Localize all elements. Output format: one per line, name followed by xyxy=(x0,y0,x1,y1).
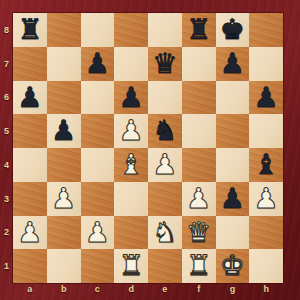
square-f2[interactable]: ♛ xyxy=(182,216,216,250)
square-f1[interactable]: ♜ xyxy=(182,249,216,283)
file-label-f: f xyxy=(182,284,216,299)
chess-board-frame: ♜♜♚♟♛♟♟♟♟♟♟♞♝♟♝♟♟♟♟♟♟♞♛♜♜♚ 87654321abcde… xyxy=(0,0,300,300)
square-f8[interactable]: ♜ xyxy=(182,13,216,47)
square-d8[interactable] xyxy=(114,13,148,47)
file-label-e: e xyxy=(148,284,182,299)
piece-black-pawn[interactable]: ♟ xyxy=(81,47,115,81)
rank-label-5: 5 xyxy=(0,114,13,148)
square-b6[interactable] xyxy=(47,81,81,115)
square-a8[interactable]: ♜ xyxy=(13,13,47,47)
square-d2[interactable] xyxy=(114,216,148,250)
piece-white-knight[interactable]: ♞ xyxy=(148,216,182,250)
square-h8[interactable] xyxy=(249,13,283,47)
square-d6[interactable]: ♟ xyxy=(114,81,148,115)
square-g7[interactable]: ♟ xyxy=(216,47,250,81)
square-b4[interactable] xyxy=(47,148,81,182)
piece-white-king[interactable]: ♚ xyxy=(216,249,250,283)
square-g2[interactable] xyxy=(216,216,250,250)
square-e7[interactable]: ♛ xyxy=(148,47,182,81)
square-c1[interactable] xyxy=(81,249,115,283)
square-h4[interactable]: ♝ xyxy=(249,148,283,182)
piece-black-rook[interactable]: ♜ xyxy=(13,13,47,47)
square-g6[interactable] xyxy=(216,81,250,115)
square-b7[interactable] xyxy=(47,47,81,81)
square-g8[interactable]: ♚ xyxy=(216,13,250,47)
chess-board: ♜♜♚♟♛♟♟♟♟♟♟♞♝♟♝♟♟♟♟♟♟♞♛♜♜♚ xyxy=(13,13,283,283)
square-f4[interactable] xyxy=(182,148,216,182)
square-h6[interactable]: ♟ xyxy=(249,81,283,115)
piece-white-queen[interactable]: ♛ xyxy=(182,216,216,250)
square-e6[interactable] xyxy=(148,81,182,115)
square-c8[interactable] xyxy=(81,13,115,47)
piece-black-queen[interactable]: ♛ xyxy=(148,47,182,81)
square-b8[interactable] xyxy=(47,13,81,47)
square-h7[interactable] xyxy=(249,47,283,81)
piece-white-pawn[interactable]: ♟ xyxy=(182,182,216,216)
rank-label-7: 7 xyxy=(0,47,13,81)
square-a6[interactable]: ♟ xyxy=(13,81,47,115)
square-a3[interactable] xyxy=(13,182,47,216)
file-label-a: a xyxy=(13,284,47,299)
square-a7[interactable] xyxy=(13,47,47,81)
square-f5[interactable] xyxy=(182,114,216,148)
rank-label-1: 1 xyxy=(0,249,13,283)
square-h5[interactable] xyxy=(249,114,283,148)
piece-black-pawn[interactable]: ♟ xyxy=(47,114,81,148)
square-g4[interactable] xyxy=(216,148,250,182)
piece-black-rook[interactable]: ♜ xyxy=(182,13,216,47)
square-d5[interactable]: ♟ xyxy=(114,114,148,148)
square-h3[interactable]: ♟ xyxy=(249,182,283,216)
square-e4[interactable]: ♟ xyxy=(148,148,182,182)
square-a5[interactable] xyxy=(13,114,47,148)
square-c5[interactable] xyxy=(81,114,115,148)
square-h2[interactable] xyxy=(249,216,283,250)
piece-black-pawn[interactable]: ♟ xyxy=(249,81,283,115)
rank-label-4: 4 xyxy=(0,148,13,182)
square-a4[interactable] xyxy=(13,148,47,182)
piece-white-pawn[interactable]: ♟ xyxy=(81,216,115,250)
piece-white-pawn[interactable]: ♟ xyxy=(13,216,47,250)
piece-black-pawn[interactable]: ♟ xyxy=(13,81,47,115)
piece-white-bishop[interactable]: ♝ xyxy=(114,148,148,182)
piece-black-pawn[interactable]: ♟ xyxy=(216,47,250,81)
rank-label-8: 8 xyxy=(0,13,13,47)
square-b5[interactable]: ♟ xyxy=(47,114,81,148)
square-g5[interactable] xyxy=(216,114,250,148)
square-e8[interactable] xyxy=(148,13,182,47)
square-g3[interactable]: ♟ xyxy=(216,182,250,216)
square-b1[interactable] xyxy=(47,249,81,283)
rank-label-2: 2 xyxy=(0,216,13,250)
piece-white-pawn[interactable]: ♟ xyxy=(47,182,81,216)
piece-white-pawn[interactable]: ♟ xyxy=(148,148,182,182)
rank-label-3: 3 xyxy=(0,182,13,216)
square-e2[interactable]: ♞ xyxy=(148,216,182,250)
square-a1[interactable] xyxy=(13,249,47,283)
square-c7[interactable]: ♟ xyxy=(81,47,115,81)
piece-black-knight[interactable]: ♞ xyxy=(148,114,182,148)
square-g1[interactable]: ♚ xyxy=(216,249,250,283)
square-c6[interactable] xyxy=(81,81,115,115)
file-label-d: d xyxy=(114,284,148,299)
square-h1[interactable] xyxy=(249,249,283,283)
piece-white-rook[interactable]: ♜ xyxy=(114,249,148,283)
piece-white-rook[interactable]: ♜ xyxy=(182,249,216,283)
square-d7[interactable] xyxy=(114,47,148,81)
file-label-g: g xyxy=(216,284,250,299)
piece-black-bishop[interactable]: ♝ xyxy=(249,148,283,182)
square-c2[interactable]: ♟ xyxy=(81,216,115,250)
piece-black-pawn[interactable]: ♟ xyxy=(216,182,250,216)
square-c3[interactable] xyxy=(81,182,115,216)
square-f6[interactable] xyxy=(182,81,216,115)
square-d4[interactable]: ♝ xyxy=(114,148,148,182)
file-label-b: b xyxy=(47,284,81,299)
square-f7[interactable] xyxy=(182,47,216,81)
square-d3[interactable] xyxy=(114,182,148,216)
square-c4[interactable] xyxy=(81,148,115,182)
square-b3[interactable]: ♟ xyxy=(47,182,81,216)
square-e5[interactable]: ♞ xyxy=(148,114,182,148)
piece-black-pawn[interactable]: ♟ xyxy=(114,81,148,115)
file-label-h: h xyxy=(249,284,283,299)
square-e3[interactable] xyxy=(148,182,182,216)
rank-label-6: 6 xyxy=(0,81,13,115)
piece-white-pawn[interactable]: ♟ xyxy=(249,182,283,216)
square-f3[interactable]: ♟ xyxy=(182,182,216,216)
square-d1[interactable]: ♜ xyxy=(114,249,148,283)
square-e1[interactable] xyxy=(148,249,182,283)
square-a2[interactable]: ♟ xyxy=(13,216,47,250)
square-b2[interactable] xyxy=(47,216,81,250)
piece-black-king[interactable]: ♚ xyxy=(216,13,250,47)
file-label-c: c xyxy=(81,284,115,299)
piece-white-pawn[interactable]: ♟ xyxy=(114,114,148,148)
